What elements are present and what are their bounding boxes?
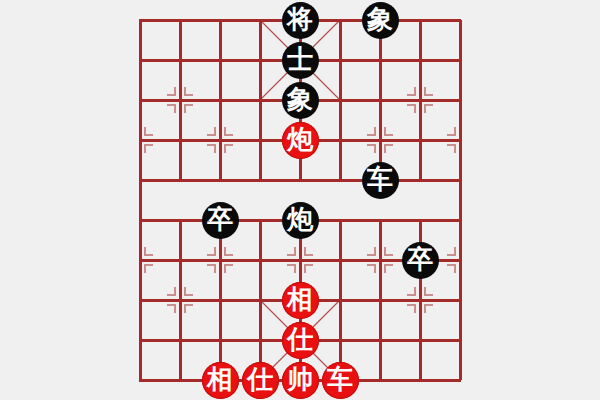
piece-red-advisor[interactable]: 仕: [282, 322, 319, 359]
piece-red-chariot[interactable]: 车: [322, 362, 359, 399]
piece-black-elephant[interactable]: 象: [362, 2, 399, 39]
piece-black-pawn[interactable]: 卒: [202, 202, 239, 239]
piece-black-general[interactable]: 将: [282, 2, 319, 39]
piece-red-general[interactable]: 帅: [282, 362, 319, 399]
piece-red-advisor[interactable]: 仕: [242, 362, 279, 399]
piece-black-chariot[interactable]: 车: [362, 162, 399, 199]
piece-black-elephant[interactable]: 象: [282, 82, 319, 119]
piece-black-advisor[interactable]: 士: [282, 42, 319, 79]
piece-black-cannon[interactable]: 炮: [282, 202, 319, 239]
piece-red-elephant[interactable]: 相: [202, 362, 239, 399]
xiangqi-board: 将象士象炮车卒炮卒相仕相仕帅车: [0, 0, 600, 400]
piece-red-elephant[interactable]: 相: [282, 282, 319, 319]
piece-red-cannon[interactable]: 炮: [282, 122, 319, 159]
piece-black-pawn[interactable]: 卒: [402, 242, 439, 279]
